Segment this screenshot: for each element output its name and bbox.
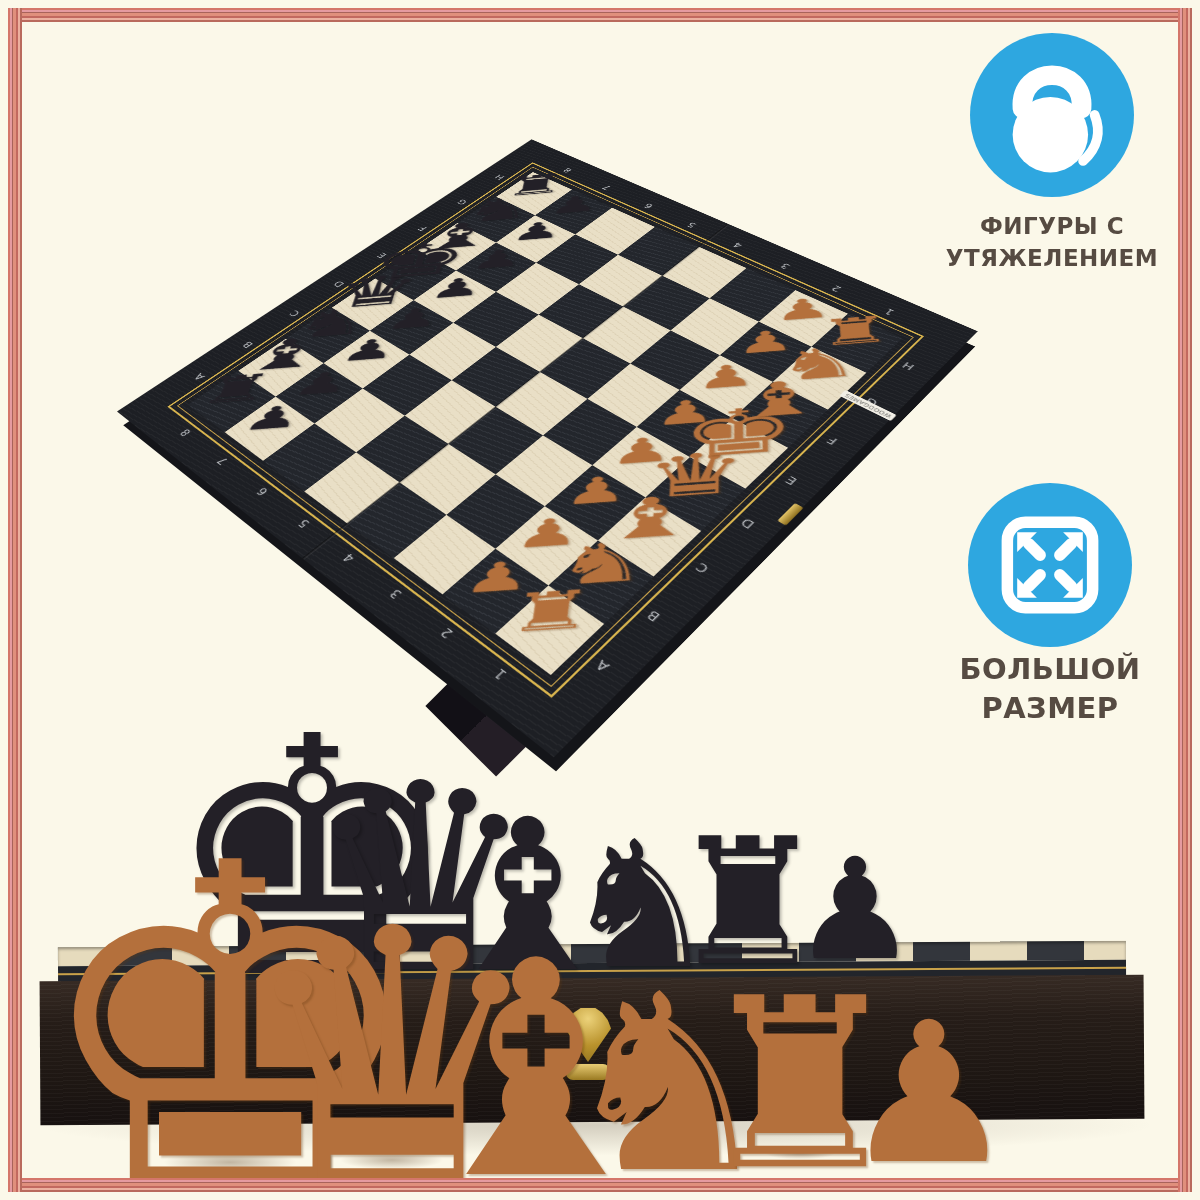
square-b3 <box>446 474 545 549</box>
file-label-bottom-D: D <box>737 516 757 532</box>
square-c5 <box>404 380 495 444</box>
rank-label-right-5: 5 <box>684 221 698 230</box>
square-b4 <box>399 444 495 515</box>
square-d3 <box>542 399 636 466</box>
badge-weighted-line2: УТЯЖЕЛЕНИЕМ <box>912 242 1192 274</box>
badge-large-line2: РАЗМЕР <box>918 689 1182 728</box>
square-c4 <box>448 407 542 474</box>
square-d4 <box>495 372 587 435</box>
square-a3 <box>393 515 495 594</box>
badge-weighted-line1: ФИГУРЫ С <box>912 210 1192 242</box>
rank-label-left-4: 4 <box>338 551 357 566</box>
badge-weighted-pieces <box>970 33 1134 197</box>
file-label-bottom-H: H <box>899 360 916 373</box>
square-c1 <box>597 497 700 576</box>
square-b1 <box>548 540 654 624</box>
rank-label-left-1: 1 <box>490 666 510 684</box>
rank-label-right-7: 7 <box>599 184 613 192</box>
rank-label-left-2: 2 <box>436 625 456 642</box>
rank-label-right-2: 2 <box>828 284 843 294</box>
file-label-bottom-E: E <box>782 474 800 488</box>
square-b2 <box>495 506 597 585</box>
rank-label-left-3: 3 <box>386 587 405 603</box>
frame-stripe-right <box>1178 8 1192 1192</box>
square-a1 <box>495 585 604 674</box>
rank-label-left-8: 8 <box>176 427 193 439</box>
square-d1 <box>645 457 746 532</box>
rank-label-left-7: 7 <box>213 455 231 468</box>
product-photo: AA88BB77CC66DD55EE44FF33GG22HH11 WOODGAM… <box>0 0 1200 1200</box>
rank-label-right-4: 4 <box>730 241 745 250</box>
square-d2 <box>592 427 689 498</box>
badge-large-line1: БОЛЬШОЙ <box>918 650 1182 689</box>
brand-label: WOODGAMES <box>840 390 897 421</box>
frame-stripe-left <box>8 8 22 1192</box>
square-e3 <box>587 364 679 427</box>
kettlebell-icon <box>970 33 1134 197</box>
frame-stripe-top <box>8 8 1192 22</box>
rank-label-left-6: 6 <box>252 485 270 498</box>
badge-large-size <box>968 483 1132 647</box>
square-f1 <box>732 382 828 448</box>
square-a5 <box>304 452 399 523</box>
square-c3 <box>495 435 592 506</box>
badge-large-size-caption: БОЛЬШОЙ РАЗМЕР <box>918 650 1182 728</box>
rank-label-right-3: 3 <box>778 262 793 272</box>
file-label-bottom-C: C <box>692 561 712 577</box>
file-label-bottom-G: G <box>862 396 880 409</box>
file-label-bottom-F: F <box>824 435 840 448</box>
file-label-bottom-A: A <box>591 657 612 675</box>
square-c2 <box>545 466 645 541</box>
square-a6 <box>263 424 355 491</box>
badge-weighted-caption: ФИГУРЫ С УТЯЖЕЛЕНИЕМ <box>912 210 1192 274</box>
rank-label-right-6: 6 <box>641 202 655 211</box>
rank-label-left-5: 5 <box>294 517 312 531</box>
square-b5 <box>355 415 448 482</box>
frame-stripe-bottom <box>8 1178 1192 1192</box>
square-a2 <box>442 549 547 633</box>
file-label-bottom-B: B <box>643 608 663 625</box>
lineup-wood-pawn: ♟ <box>842 996 1017 1191</box>
square-e1 <box>689 418 787 488</box>
square-a4 <box>347 483 445 558</box>
expand-arrows-icon <box>968 483 1132 647</box>
